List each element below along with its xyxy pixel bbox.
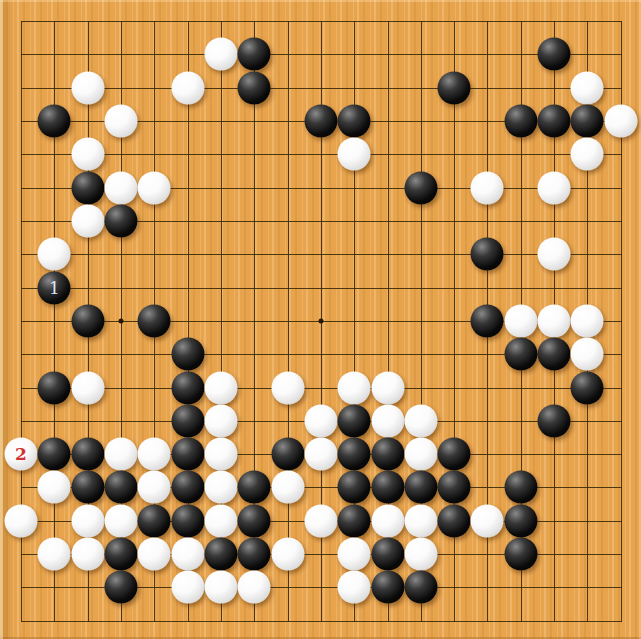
- stone-white[interactable]: [204, 371, 237, 404]
- stone-black[interactable]: [338, 471, 371, 504]
- stone-black[interactable]: [304, 104, 337, 137]
- stone-white[interactable]: [371, 504, 404, 537]
- stone-white[interactable]: [71, 138, 104, 171]
- stone-black[interactable]: [138, 504, 171, 537]
- move-number-label: 1: [49, 279, 60, 296]
- stone-white[interactable]: [104, 104, 137, 137]
- stone-black[interactable]: [504, 471, 537, 504]
- move-number-label: 2: [15, 446, 27, 463]
- go-board[interactable]: 12: [0, 0, 641, 639]
- stone-white[interactable]: [271, 538, 304, 571]
- stone-white[interactable]: [538, 238, 571, 271]
- star-point: [118, 318, 123, 323]
- stone-white[interactable]: [104, 438, 137, 471]
- stone-white[interactable]: [71, 371, 104, 404]
- stone-black[interactable]: [471, 238, 504, 271]
- stone-white[interactable]: [204, 438, 237, 471]
- stone-white[interactable]: [171, 71, 204, 104]
- stone-white[interactable]: [5, 504, 38, 537]
- stone-black[interactable]: [238, 538, 271, 571]
- stone-white[interactable]: [204, 471, 237, 504]
- stone-black[interactable]: [504, 104, 537, 137]
- stone-white[interactable]: [338, 538, 371, 571]
- stone-black[interactable]: [538, 104, 571, 137]
- stone-white[interactable]: [104, 504, 137, 537]
- stone-white[interactable]: [171, 571, 204, 604]
- stone-white[interactable]: [404, 404, 437, 437]
- stone-white[interactable]: [571, 138, 604, 171]
- stone-black[interactable]: [38, 371, 71, 404]
- stone-white[interactable]: [404, 504, 437, 537]
- stone-black[interactable]: [238, 38, 271, 71]
- stone-black[interactable]: [71, 304, 104, 337]
- grid-line-horizontal: [21, 388, 622, 389]
- stone-white[interactable]: [104, 171, 137, 204]
- stone-black[interactable]: [438, 438, 471, 471]
- stone-black[interactable]: [38, 104, 71, 137]
- stone-black[interactable]: [171, 471, 204, 504]
- stone-black[interactable]: [238, 504, 271, 537]
- stone-white[interactable]: [304, 404, 337, 437]
- stone-white[interactable]: [71, 204, 104, 237]
- stone-white[interactable]: [271, 471, 304, 504]
- stone-white[interactable]: [538, 304, 571, 337]
- stone-white[interactable]: [138, 171, 171, 204]
- stone-white[interactable]: [338, 571, 371, 604]
- grid-line-horizontal: [21, 621, 622, 622]
- stone-black[interactable]: [371, 438, 404, 471]
- stone-white[interactable]: [138, 438, 171, 471]
- stone-black[interactable]: [438, 504, 471, 537]
- stone-black[interactable]: [71, 471, 104, 504]
- stone-white[interactable]: [504, 304, 537, 337]
- stone-black[interactable]: [438, 471, 471, 504]
- stone-white[interactable]: [604, 104, 637, 137]
- stone-black[interactable]: [371, 471, 404, 504]
- stone-white[interactable]: [138, 471, 171, 504]
- stone-white[interactable]: [238, 571, 271, 604]
- stone-white[interactable]: [371, 404, 404, 437]
- stone-black[interactable]: [538, 338, 571, 371]
- stone-white[interactable]: [404, 438, 437, 471]
- stone-black[interactable]: [271, 438, 304, 471]
- stone-black[interactable]: [171, 438, 204, 471]
- stone-black[interactable]: [471, 304, 504, 337]
- stone-white[interactable]: [338, 371, 371, 404]
- stone-black[interactable]: [238, 71, 271, 104]
- stone-black[interactable]: [538, 404, 571, 437]
- stone-black[interactable]: [104, 204, 137, 237]
- stone-white[interactable]: [71, 538, 104, 571]
- stone-white[interactable]: [304, 504, 337, 537]
- stone-black[interactable]: [538, 38, 571, 71]
- stone-black[interactable]: [238, 471, 271, 504]
- stone-white[interactable]: [471, 171, 504, 204]
- stone-white[interactable]: [271, 371, 304, 404]
- stone-black[interactable]: [571, 104, 604, 137]
- stone-black[interactable]: [104, 538, 137, 571]
- star-point: [318, 318, 323, 323]
- stone-black[interactable]: [371, 571, 404, 604]
- stone-black[interactable]: [204, 538, 237, 571]
- stone-black[interactable]: [71, 438, 104, 471]
- stone-black[interactable]: [171, 371, 204, 404]
- stone-white[interactable]: [538, 171, 571, 204]
- stone-white[interactable]: [571, 304, 604, 337]
- stone-white[interactable]: [204, 404, 237, 437]
- stone-white[interactable]: [571, 71, 604, 104]
- stone-black[interactable]: [404, 571, 437, 604]
- stone-white[interactable]: [338, 138, 371, 171]
- stone-white[interactable]: [71, 504, 104, 537]
- stone-black[interactable]: [171, 338, 204, 371]
- stone-black[interactable]: [438, 71, 471, 104]
- stone-white[interactable]: [171, 538, 204, 571]
- stone-black[interactable]: [138, 304, 171, 337]
- stone-white[interactable]: 2: [5, 438, 38, 471]
- stone-black[interactable]: [104, 471, 137, 504]
- stone-black[interactable]: [338, 438, 371, 471]
- stone-black[interactable]: [504, 504, 537, 537]
- stone-white[interactable]: [38, 471, 71, 504]
- stone-black[interactable]: [404, 171, 437, 204]
- stone-black[interactable]: [338, 104, 371, 137]
- stone-black[interactable]: [38, 438, 71, 471]
- stone-white[interactable]: [304, 438, 337, 471]
- stone-black[interactable]: [504, 538, 537, 571]
- stone-white[interactable]: [471, 504, 504, 537]
- stone-black[interactable]: [338, 504, 371, 537]
- stone-black[interactable]: [171, 404, 204, 437]
- stone-black[interactable]: [571, 371, 604, 404]
- stone-white[interactable]: [204, 571, 237, 604]
- stone-white[interactable]: [571, 338, 604, 371]
- stone-white[interactable]: [204, 38, 237, 71]
- stone-black[interactable]: [404, 471, 437, 504]
- stone-white[interactable]: [38, 538, 71, 571]
- stone-black[interactable]: [171, 504, 204, 537]
- stone-black[interactable]: [104, 571, 137, 604]
- stone-black[interactable]: [371, 538, 404, 571]
- stone-white[interactable]: [404, 538, 437, 571]
- stone-white[interactable]: [371, 371, 404, 404]
- stone-white[interactable]: [138, 538, 171, 571]
- stone-white[interactable]: [204, 504, 237, 537]
- stone-black[interactable]: 1: [38, 271, 71, 304]
- stone-black[interactable]: [71, 171, 104, 204]
- stone-white[interactable]: [71, 71, 104, 104]
- stone-black[interactable]: [338, 404, 371, 437]
- stone-black[interactable]: [504, 338, 537, 371]
- stone-white[interactable]: [38, 238, 71, 271]
